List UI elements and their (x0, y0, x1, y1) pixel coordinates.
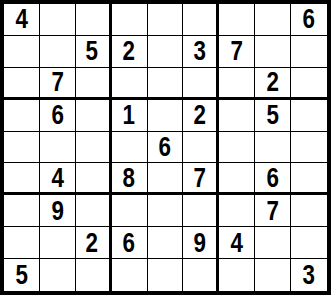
given-digit: 6 (303, 5, 315, 33)
cell-r7c5[interactable] (148, 195, 184, 227)
cell-r2c6[interactable]: 3 (183, 36, 219, 68)
cell-r2c8[interactable] (255, 36, 291, 68)
cell-r2c1[interactable] (4, 36, 40, 68)
given-digit: 6 (159, 133, 171, 161)
cell-r9c3[interactable] (76, 259, 112, 291)
sudoku-board: 4652377261256487697269453 (0, 0, 331, 295)
cell-r4c8[interactable]: 5 (255, 100, 291, 132)
cell-r8c8[interactable] (255, 227, 291, 259)
cell-r1c3[interactable] (76, 4, 112, 36)
cell-r7c6[interactable] (183, 195, 219, 227)
cell-r3c1[interactable] (4, 68, 40, 100)
cell-r1c6[interactable] (183, 4, 219, 36)
cell-r4c4[interactable]: 1 (112, 100, 148, 132)
cell-r9c8[interactable] (255, 259, 291, 291)
given-digit: 2 (194, 101, 206, 129)
cell-r2c3[interactable]: 5 (76, 36, 112, 68)
cell-r9c4[interactable] (112, 259, 148, 291)
given-digit: 7 (266, 197, 278, 225)
cell-r8c9[interactable] (291, 227, 327, 259)
given-digit: 2 (266, 68, 278, 96)
given-digit: 6 (51, 101, 63, 129)
cell-r4c2[interactable]: 6 (40, 100, 76, 132)
given-digit: 2 (86, 229, 98, 257)
cell-r9c1[interactable]: 5 (4, 259, 40, 291)
cell-r9c6[interactable] (183, 259, 219, 291)
cell-r1c4[interactable] (112, 4, 148, 36)
cell-r2c7[interactable]: 7 (219, 36, 255, 68)
cell-r7c4[interactable] (112, 195, 148, 227)
cell-r1c8[interactable] (255, 4, 291, 36)
given-digit: 7 (231, 37, 243, 65)
given-digit: 5 (86, 37, 98, 65)
cell-r1c5[interactable] (148, 4, 184, 36)
cell-r2c4[interactable]: 2 (112, 36, 148, 68)
cell-r4c5[interactable] (148, 100, 184, 132)
given-digit: 7 (51, 68, 63, 96)
cell-r9c9[interactable]: 3 (291, 259, 327, 291)
cell-r6c8[interactable]: 6 (255, 163, 291, 195)
cell-r8c2[interactable] (40, 227, 76, 259)
given-digit: 4 (51, 164, 63, 192)
cell-r4c3[interactable] (76, 100, 112, 132)
cell-r4c9[interactable] (291, 100, 327, 132)
cell-r8c7[interactable]: 4 (219, 227, 255, 259)
cell-r3c5[interactable] (148, 68, 184, 100)
cell-r5c5[interactable]: 6 (148, 132, 184, 164)
cell-r5c6[interactable] (183, 132, 219, 164)
given-digit: 6 (123, 229, 135, 257)
cell-r8c4[interactable]: 6 (112, 227, 148, 259)
cell-r7c1[interactable] (4, 195, 40, 227)
cell-r5c7[interactable] (219, 132, 255, 164)
cell-r6c2[interactable]: 4 (40, 163, 76, 195)
cell-r3c2[interactable]: 7 (40, 68, 76, 100)
given-digit: 5 (266, 101, 278, 129)
cell-r7c8[interactable]: 7 (255, 195, 291, 227)
cell-r6c3[interactable] (76, 163, 112, 195)
cell-r4c7[interactable] (219, 100, 255, 132)
cell-r7c7[interactable] (219, 195, 255, 227)
given-digit: 1 (123, 101, 135, 129)
cell-r8c6[interactable]: 9 (183, 227, 219, 259)
cell-r5c1[interactable] (4, 132, 40, 164)
cell-r1c7[interactable] (219, 4, 255, 36)
given-digit: 4 (15, 5, 27, 33)
cell-r6c9[interactable] (291, 163, 327, 195)
given-digit: 5 (15, 261, 27, 289)
cell-r1c9[interactable]: 6 (291, 4, 327, 36)
cell-r3c4[interactable] (112, 68, 148, 100)
cell-r5c2[interactable] (40, 132, 76, 164)
cell-r9c7[interactable] (219, 259, 255, 291)
cell-r5c8[interactable] (255, 132, 291, 164)
cell-r9c5[interactable] (148, 259, 184, 291)
given-digit: 2 (123, 37, 135, 65)
cell-r5c4[interactable] (112, 132, 148, 164)
cell-r2c9[interactable] (291, 36, 327, 68)
cell-r7c3[interactable] (76, 195, 112, 227)
cell-r3c8[interactable]: 2 (255, 68, 291, 100)
cell-r6c1[interactable] (4, 163, 40, 195)
cell-r6c5[interactable] (148, 163, 184, 195)
cell-r3c9[interactable] (291, 68, 327, 100)
cell-r2c2[interactable] (40, 36, 76, 68)
cell-r3c3[interactable] (76, 68, 112, 100)
given-digit: 3 (303, 261, 315, 289)
cell-r6c4[interactable]: 8 (112, 163, 148, 195)
cell-r5c3[interactable] (76, 132, 112, 164)
cell-r8c3[interactable]: 2 (76, 227, 112, 259)
cell-r3c7[interactable] (219, 68, 255, 100)
cell-r9c2[interactable] (40, 259, 76, 291)
given-digit: 3 (194, 37, 206, 65)
cell-r8c1[interactable] (4, 227, 40, 259)
given-digit: 6 (266, 164, 278, 192)
cell-r4c6[interactable]: 2 (183, 100, 219, 132)
cell-r1c2[interactable] (40, 4, 76, 36)
given-digit: 9 (51, 197, 63, 225)
given-digit: 9 (194, 229, 206, 257)
cell-r1c1[interactable]: 4 (4, 4, 40, 36)
cell-r2c5[interactable] (148, 36, 184, 68)
cell-r4c1[interactable] (4, 100, 40, 132)
cell-r8c5[interactable] (148, 227, 184, 259)
cell-r3c6[interactable] (183, 68, 219, 100)
cell-r7c2[interactable]: 9 (40, 195, 76, 227)
given-digit: 4 (231, 229, 243, 257)
cell-r5c9[interactable] (291, 132, 327, 164)
given-digit: 7 (194, 164, 206, 192)
cell-r6c7[interactable] (219, 163, 255, 195)
cell-r6c6[interactable]: 7 (183, 163, 219, 195)
cell-r7c9[interactable] (291, 195, 327, 227)
given-digit: 8 (123, 164, 135, 192)
